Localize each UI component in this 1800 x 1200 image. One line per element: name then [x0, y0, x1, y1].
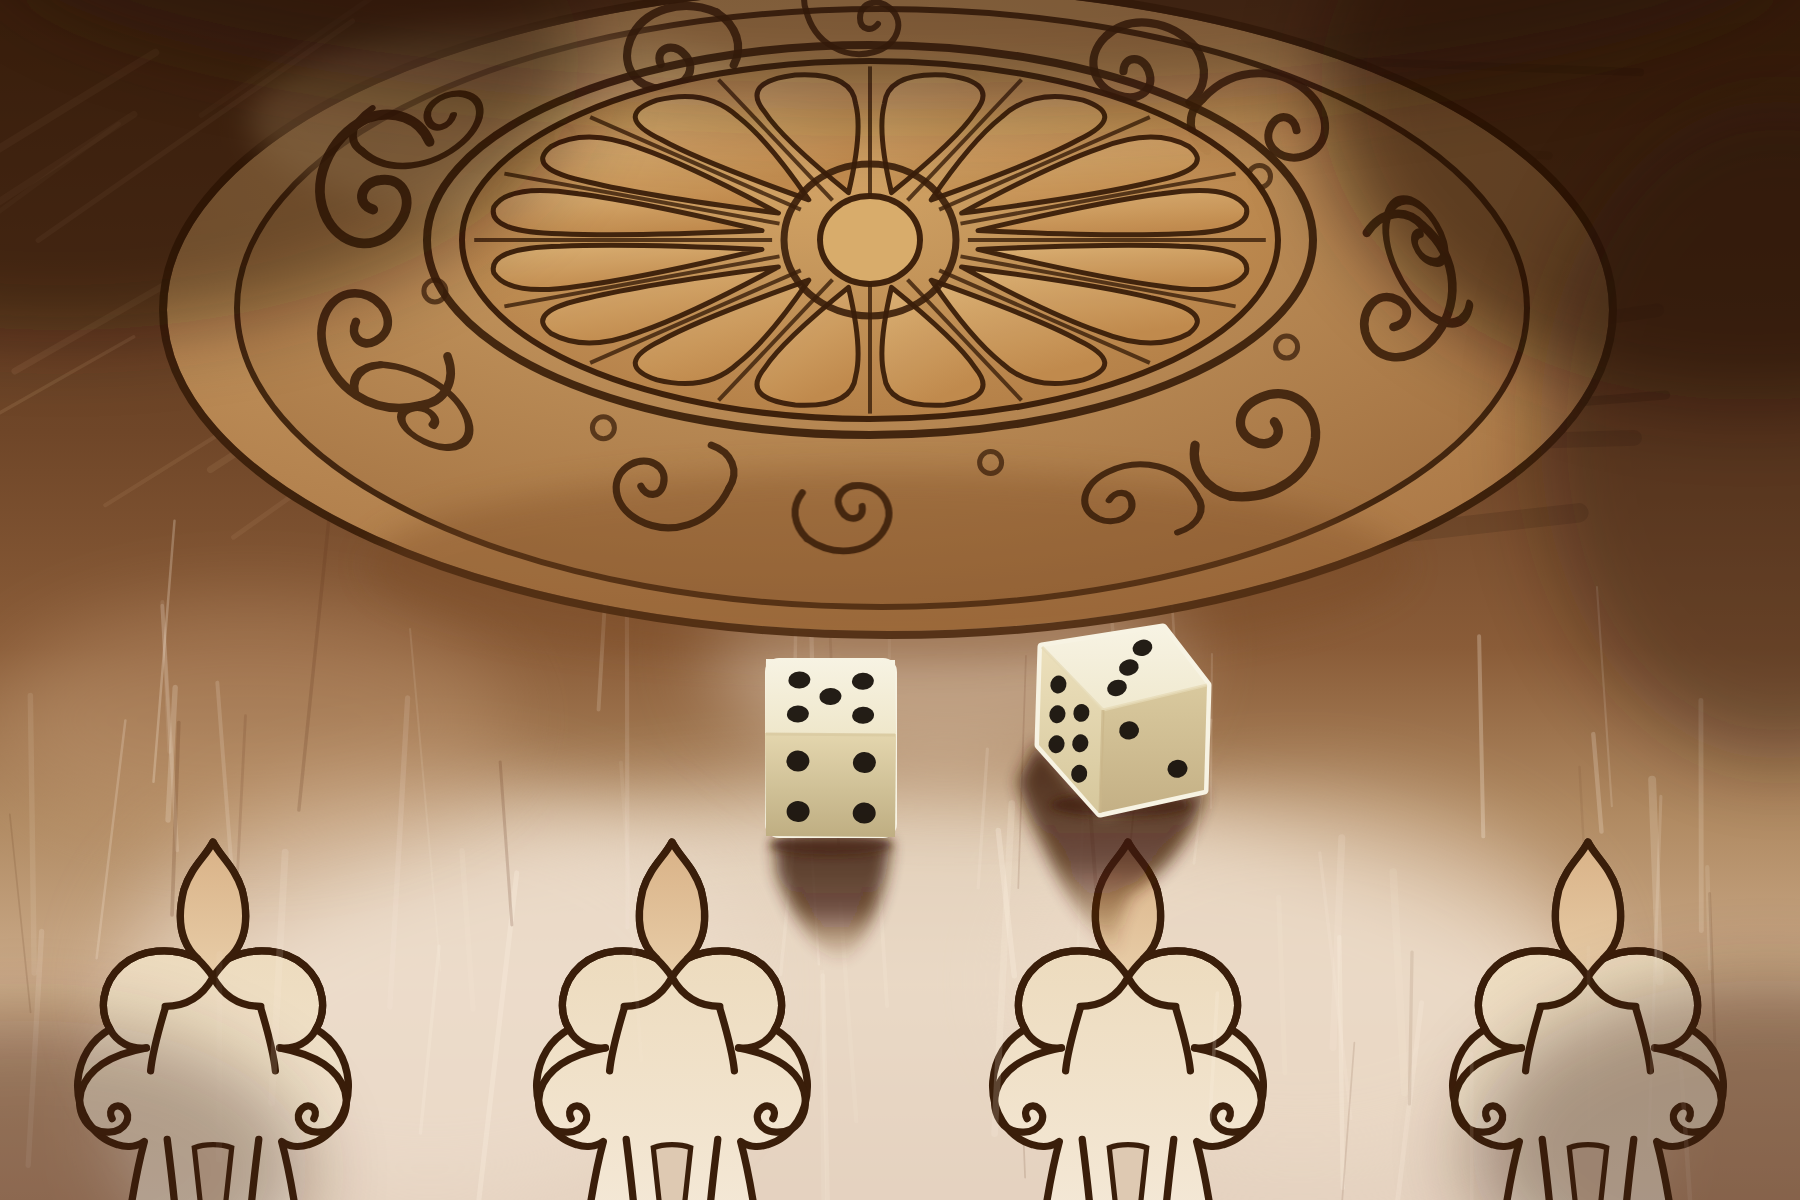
left-die: [765, 658, 897, 838]
scene-svg: [0, 0, 1800, 1200]
left-die-face-front: [765, 733, 896, 837]
hub-disc: [820, 196, 920, 284]
grain-streak: [1211, 654, 1212, 808]
grain-streak: [30, 696, 34, 973]
left-die-edge: [766, 734, 895, 735]
light-wash: [0, 600, 510, 840]
backgammon-board-photo: [0, 0, 1800, 1200]
